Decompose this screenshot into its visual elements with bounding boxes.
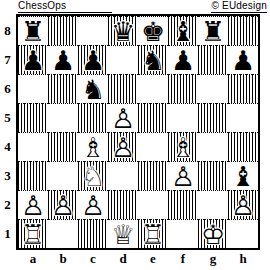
square-e6 xyxy=(138,74,168,103)
white-rook-a1: ♖ xyxy=(18,220,48,248)
black-pawn-b7: ♟ xyxy=(48,46,78,74)
black-king-e8: ♚ xyxy=(138,17,168,45)
black-pawn-c7: ♟ xyxy=(78,46,108,74)
square-h8 xyxy=(228,16,258,45)
square-h7: ♟ xyxy=(228,45,258,74)
square-h2: ♟♙ xyxy=(228,190,258,219)
black-bishop-f8: ♝ xyxy=(168,17,198,45)
file-label-h: h xyxy=(228,251,258,267)
black-queen-d8: ♛ xyxy=(108,17,138,45)
file-label-d: d xyxy=(108,251,138,267)
square-h6 xyxy=(228,74,258,103)
square-b8 xyxy=(48,16,78,45)
black-pawn-a7: ♟ xyxy=(18,46,48,74)
black-pawn-f7: ♟ xyxy=(168,46,198,74)
square-c4: ♝♗ xyxy=(78,132,108,161)
square-a2: ♟♙ xyxy=(18,190,48,219)
square-g7 xyxy=(198,45,228,74)
rank-label-3: 3 xyxy=(0,161,15,190)
square-c6: ♞ xyxy=(78,74,108,103)
square-h3: ♝ xyxy=(228,161,258,190)
square-d6 xyxy=(108,74,138,103)
square-a6 xyxy=(18,74,48,103)
square-g4 xyxy=(198,132,228,161)
square-g5 xyxy=(198,103,228,132)
square-d8: ♛ xyxy=(108,16,138,45)
square-e2 xyxy=(138,190,168,219)
square-b1 xyxy=(48,219,78,248)
square-f1 xyxy=(168,219,198,248)
square-d1: ♛♕ xyxy=(108,219,138,248)
square-d5: ♟♙ xyxy=(108,103,138,132)
square-c5 xyxy=(78,103,108,132)
square-d3 xyxy=(108,161,138,190)
square-f4: ♝♗ xyxy=(168,132,198,161)
black-bishop-h3: ♝ xyxy=(228,162,258,190)
rank-label-1: 1 xyxy=(0,219,15,248)
square-e3 xyxy=(138,161,168,190)
square-c1 xyxy=(78,219,108,248)
white-bishop-c4: ♗ xyxy=(78,133,108,161)
file-label-b: b xyxy=(48,251,78,267)
square-e7: ♞ xyxy=(138,45,168,74)
rank-label-6: 6 xyxy=(0,74,15,103)
square-b5 xyxy=(48,103,78,132)
rank-label-4: 4 xyxy=(0,132,15,161)
chess-board: ♜♛♚♝♜♟♟♟♞♟♟♞♟♙♝♗♟♙♝♗♞♘♟♙♝♟♙♟♙♟♙♟♙♜♖♛♕♜♖♚… xyxy=(16,14,260,250)
white-pawn-h2: ♙ xyxy=(228,191,258,219)
square-d4: ♟♙ xyxy=(108,132,138,161)
white-pawn-f3: ♙ xyxy=(168,162,198,190)
square-a3 xyxy=(18,161,48,190)
square-b6 xyxy=(48,74,78,103)
chessops-link[interactable]: ChessOps xyxy=(18,0,112,13)
square-f2 xyxy=(168,190,198,219)
file-labels: abcdefgh xyxy=(18,251,258,267)
square-f7: ♟ xyxy=(168,45,198,74)
square-f5 xyxy=(168,103,198,132)
white-bishop-f4: ♗ xyxy=(168,133,198,161)
square-d7 xyxy=(108,45,138,74)
eudesign-credit-link[interactable]: © EUdesign xyxy=(211,0,267,13)
square-h4 xyxy=(228,132,258,161)
square-a7: ♟ xyxy=(18,45,48,74)
square-g2 xyxy=(198,190,228,219)
square-a5 xyxy=(18,103,48,132)
white-rook-e1: ♖ xyxy=(138,220,168,248)
file-label-c: c xyxy=(78,251,108,267)
white-queen-d1: ♕ xyxy=(108,220,138,248)
square-b2: ♟♙ xyxy=(48,190,78,219)
black-pawn-h7: ♟ xyxy=(228,46,258,74)
square-g1: ♚♔ xyxy=(198,219,228,248)
square-e5 xyxy=(138,103,168,132)
square-f3: ♟♙ xyxy=(168,161,198,190)
square-h1 xyxy=(228,219,258,248)
square-e8: ♚ xyxy=(138,16,168,45)
square-h5 xyxy=(228,103,258,132)
square-a1: ♜♖ xyxy=(18,219,48,248)
square-c2: ♟♙ xyxy=(78,190,108,219)
square-f6 xyxy=(168,74,198,103)
square-c8 xyxy=(78,16,108,45)
black-knight-c6: ♞ xyxy=(78,75,108,103)
black-rook-g8: ♜ xyxy=(198,17,228,45)
file-label-a: a xyxy=(18,251,48,267)
square-a8: ♜ xyxy=(18,16,48,45)
square-g6 xyxy=(198,74,228,103)
square-e1: ♜♖ xyxy=(138,219,168,248)
white-pawn-d4: ♙ xyxy=(108,133,138,161)
white-pawn-b2: ♙ xyxy=(48,191,78,219)
file-label-g: g xyxy=(198,251,228,267)
white-pawn-c2: ♙ xyxy=(78,191,108,219)
square-f8: ♝ xyxy=(168,16,198,45)
white-pawn-a2: ♙ xyxy=(18,191,48,219)
square-b4 xyxy=(48,132,78,161)
square-e4 xyxy=(138,132,168,161)
black-rook-a8: ♜ xyxy=(18,17,48,45)
square-b3 xyxy=(48,161,78,190)
square-g8: ♜ xyxy=(198,16,228,45)
rank-label-5: 5 xyxy=(0,103,15,132)
square-a4 xyxy=(18,132,48,161)
rank-label-8: 8 xyxy=(0,16,15,45)
rank-label-7: 7 xyxy=(0,45,15,74)
square-d2 xyxy=(108,190,138,219)
black-knight-e7: ♞ xyxy=(138,46,168,74)
file-label-e: e xyxy=(138,251,168,267)
rank-label-2: 2 xyxy=(0,190,15,219)
square-g3 xyxy=(198,161,228,190)
rank-labels: 87654321 xyxy=(0,16,15,248)
white-knight-c3: ♘ xyxy=(78,162,108,190)
square-c7: ♟ xyxy=(78,45,108,74)
white-king-g1: ♔ xyxy=(198,220,228,248)
file-label-f: f xyxy=(168,251,198,267)
square-b7: ♟ xyxy=(48,45,78,74)
square-c3: ♞♘ xyxy=(78,161,108,190)
white-pawn-d5: ♙ xyxy=(108,104,138,132)
